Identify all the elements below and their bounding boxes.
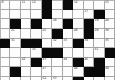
white-cell-r2c7[interactable] bbox=[63, 10, 73, 20]
white-cell-r7c11[interactable] bbox=[105, 58, 115, 68]
white-cell-r1c2[interactable] bbox=[10, 0, 20, 10]
clue-number: 29 bbox=[95, 29, 99, 32]
black-cell-r6c6 bbox=[52, 48, 62, 58]
white-cell-r7c5[interactable]: 43 bbox=[42, 58, 52, 68]
clue-number: 41 bbox=[95, 48, 99, 51]
clue-number: 47 bbox=[42, 67, 46, 70]
white-cell-r8c5[interactable]: 47 bbox=[42, 67, 52, 77]
clue-number: 20 bbox=[105, 19, 109, 22]
clue-number: 30 bbox=[105, 29, 109, 32]
black-cell-r8c2 bbox=[10, 67, 20, 77]
white-cell-r3c6[interactable]: 18 bbox=[52, 19, 62, 29]
clue-number: 25 bbox=[42, 29, 46, 32]
black-cell-r9c8 bbox=[73, 77, 83, 80]
black-cell-r4c6 bbox=[52, 29, 62, 39]
black-cell-r2c10 bbox=[94, 10, 104, 20]
white-cell-r1c10[interactable] bbox=[94, 0, 104, 10]
white-cell-r6c8[interactable] bbox=[73, 48, 83, 58]
crossword-grid: 8111214151718192021252829303132333435364… bbox=[0, 0, 115, 80]
black-cell-r7c10 bbox=[94, 58, 104, 68]
white-cell-r2c4[interactable] bbox=[31, 10, 41, 20]
white-cell-r7c9[interactable]: 46 bbox=[84, 58, 94, 68]
white-cell-r3c5[interactable] bbox=[42, 19, 52, 29]
white-cell-r4c1[interactable] bbox=[0, 29, 10, 39]
white-cell-r1c11[interactable]: 15 bbox=[105, 0, 115, 10]
white-cell-r5c9[interactable]: 34 bbox=[84, 39, 94, 49]
white-cell-r4c11[interactable]: 30 bbox=[105, 29, 115, 39]
black-cell-r5c4 bbox=[31, 39, 41, 49]
white-cell-r2c11[interactable] bbox=[105, 10, 115, 20]
white-cell-r2c1[interactable] bbox=[0, 10, 10, 20]
white-cell-r8c7[interactable] bbox=[63, 67, 73, 77]
white-cell-r4c5[interactable]: 25 bbox=[42, 29, 52, 39]
white-cell-r6c3[interactable] bbox=[21, 48, 31, 58]
white-cell-r4c7[interactable] bbox=[63, 29, 73, 39]
white-cell-r9c2[interactable] bbox=[10, 77, 20, 80]
white-cell-r6c7[interactable] bbox=[63, 48, 73, 58]
black-cell-r6c5 bbox=[42, 48, 52, 58]
clue-number: 19 bbox=[95, 19, 99, 22]
white-cell-r4c4[interactable] bbox=[31, 29, 41, 39]
white-cell-r4c8[interactable]: 28 bbox=[73, 29, 83, 39]
white-cell-r6c4[interactable]: 36 bbox=[31, 48, 41, 58]
clue-number: 17 bbox=[84, 10, 88, 13]
clue-number: 33 bbox=[63, 39, 67, 42]
black-cell-r4c9 bbox=[84, 29, 94, 39]
white-cell-r4c2[interactable]: 21 bbox=[10, 29, 20, 39]
white-cell-r9c7[interactable] bbox=[63, 77, 73, 80]
black-cell-r7c4 bbox=[31, 58, 41, 68]
clue-number: 31 bbox=[11, 39, 15, 42]
clue-number: 28 bbox=[74, 29, 78, 32]
white-cell-r7c6[interactable] bbox=[52, 58, 62, 68]
white-cell-r8c1[interactable] bbox=[0, 67, 10, 77]
white-cell-r8c4[interactable] bbox=[31, 67, 41, 77]
white-cell-r8c11[interactable]: 49 bbox=[105, 67, 115, 77]
white-cell-r5c2[interactable]: 31 bbox=[10, 39, 20, 49]
clue-number: 42 bbox=[21, 58, 25, 61]
white-cell-r3c10[interactable]: 19 bbox=[94, 19, 104, 29]
white-cell-r9c10[interactable] bbox=[94, 77, 104, 80]
clue-number: 36 bbox=[32, 48, 36, 51]
black-cell-r7c8 bbox=[73, 58, 83, 68]
white-cell-r4c3[interactable] bbox=[21, 29, 31, 39]
white-cell-r7c1[interactable] bbox=[0, 58, 10, 68]
white-cell-r7c7[interactable]: 44 bbox=[63, 58, 73, 68]
clue-number: 15 bbox=[105, 1, 109, 4]
clue-number: 53 bbox=[53, 77, 57, 80]
clue-number: 18 bbox=[53, 19, 57, 22]
black-cell-r3c9 bbox=[84, 19, 94, 29]
white-cell-r9c3[interactable] bbox=[21, 77, 31, 80]
white-cell-r5c6[interactable]: 32 bbox=[52, 39, 62, 49]
clue-number: 21 bbox=[11, 29, 15, 32]
clue-number: 8 bbox=[2, 1, 4, 4]
white-cell-r9c4[interactable] bbox=[31, 77, 41, 80]
white-cell-r2c3[interactable] bbox=[21, 10, 31, 20]
white-cell-r9c9[interactable] bbox=[84, 77, 94, 80]
white-cell-r1c3[interactable]: 11 bbox=[21, 0, 31, 10]
black-cell-r3c7 bbox=[63, 19, 73, 29]
black-cell-r3c2 bbox=[10, 19, 20, 29]
white-cell-r1c9[interactable] bbox=[84, 0, 94, 10]
clue-number: 32 bbox=[53, 39, 57, 42]
white-cell-r6c9[interactable] bbox=[84, 48, 94, 58]
white-cell-r3c1[interactable] bbox=[0, 19, 10, 29]
black-cell-r3c4 bbox=[31, 19, 41, 29]
white-cell-r4c10[interactable]: 29 bbox=[94, 29, 104, 39]
white-cell-r8c8[interactable]: 48 bbox=[73, 67, 83, 77]
clue-number: 34 bbox=[84, 39, 88, 42]
black-cell-r1c7 bbox=[63, 0, 73, 10]
clue-number: 52 bbox=[42, 77, 46, 80]
white-cell-r1c4[interactable]: 12 bbox=[31, 0, 41, 10]
white-cell-r8c6[interactable] bbox=[52, 67, 62, 77]
white-cell-r1c6[interactable] bbox=[52, 0, 62, 10]
white-cell-r3c3[interactable] bbox=[21, 19, 31, 29]
white-cell-r6c2[interactable] bbox=[10, 48, 20, 58]
white-cell-r2c9[interactable]: 17 bbox=[84, 10, 94, 20]
white-cell-r2c2[interactable] bbox=[10, 10, 20, 20]
clue-number: 49 bbox=[105, 67, 109, 70]
black-cell-r5c8 bbox=[73, 39, 83, 49]
clue-number: 12 bbox=[32, 1, 36, 4]
white-cell-r6c1[interactable] bbox=[0, 48, 10, 58]
white-cell-r6c10[interactable]: 41 bbox=[94, 48, 104, 58]
black-cell-r1c5 bbox=[42, 0, 52, 10]
clue-number: 35 bbox=[105, 39, 109, 42]
black-cell-r8c10 bbox=[94, 67, 104, 77]
white-cell-r9c5[interactable]: 52 bbox=[42, 77, 52, 80]
white-cell-r2c6[interactable] bbox=[52, 10, 62, 20]
white-cell-r5c10[interactable] bbox=[94, 39, 104, 49]
clue-number: 46 bbox=[84, 58, 88, 61]
black-cell-r6c11 bbox=[105, 48, 115, 58]
white-cell-r1c8[interactable]: 14 bbox=[73, 0, 83, 10]
white-cell-r3c8[interactable] bbox=[73, 19, 83, 29]
clue-number: 14 bbox=[74, 1, 78, 4]
clue-number: 43 bbox=[42, 58, 46, 61]
white-cell-r5c7[interactable]: 33 bbox=[63, 39, 73, 49]
white-cell-r9c11[interactable] bbox=[105, 77, 115, 80]
white-cell-r7c2[interactable] bbox=[10, 58, 20, 68]
white-cell-r9c6[interactable]: 53 bbox=[52, 77, 62, 80]
white-cell-r3c11[interactable]: 20 bbox=[105, 19, 115, 29]
white-cell-r2c8[interactable] bbox=[73, 10, 83, 20]
white-cell-r5c5[interactable] bbox=[42, 39, 52, 49]
black-cell-r2c5 bbox=[42, 10, 52, 20]
clue-number: 11 bbox=[21, 1, 25, 4]
white-cell-r1c1[interactable]: 8 bbox=[0, 0, 10, 10]
black-cell-r8c9 bbox=[84, 67, 94, 77]
white-cell-r8c3[interactable] bbox=[21, 67, 31, 77]
black-cell-r5c3 bbox=[21, 39, 31, 49]
clue-number: 44 bbox=[63, 58, 67, 61]
black-cell-r5c1 bbox=[0, 39, 10, 49]
white-cell-r9c1[interactable] bbox=[0, 77, 10, 80]
clue-number: 48 bbox=[74, 67, 78, 70]
white-cell-r7c3[interactable]: 42 bbox=[21, 58, 31, 68]
white-cell-r5c11[interactable]: 35 bbox=[105, 39, 115, 49]
